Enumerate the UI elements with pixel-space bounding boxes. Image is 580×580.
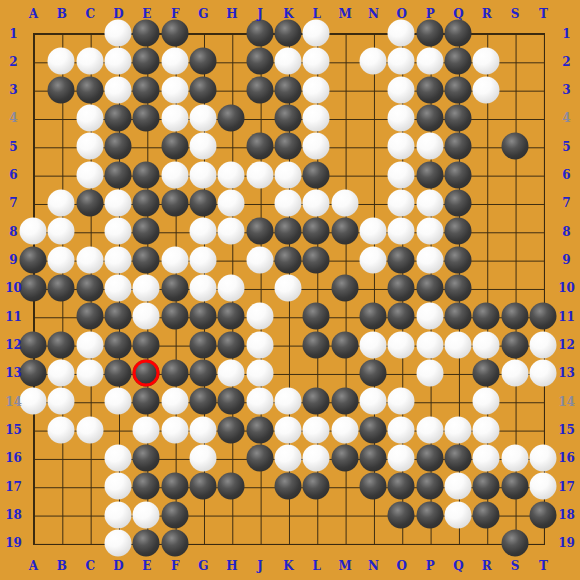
intersection-t10[interactable] <box>529 274 557 302</box>
black-stone-g7 <box>189 189 216 216</box>
point-k17 <box>274 472 302 500</box>
point-c13 <box>76 359 104 387</box>
white-stone-g9 <box>189 246 216 273</box>
point-b7 <box>47 189 75 217</box>
intersection-m1[interactable] <box>331 19 359 47</box>
intersection-j10[interactable] <box>246 274 274 302</box>
white-stone-f15 <box>161 416 188 443</box>
intersection-q13[interactable] <box>444 359 472 387</box>
point-e2 <box>132 47 160 75</box>
col-label-bottom-m: M <box>339 560 352 572</box>
white-stone-c5 <box>76 133 103 160</box>
intersection-k11[interactable] <box>274 302 302 330</box>
point-p16 <box>416 444 444 472</box>
intersection-a16[interactable] <box>19 444 47 472</box>
point-s5 <box>501 132 529 160</box>
intersection-b4[interactable] <box>47 104 75 132</box>
intersection-p19[interactable] <box>416 529 444 557</box>
col-label-bottom-p: P <box>426 560 435 572</box>
intersection-s6[interactable] <box>501 161 529 189</box>
black-stone-n11 <box>359 303 386 330</box>
intersection-a7[interactable] <box>19 189 47 217</box>
intersection-m13[interactable] <box>331 359 359 387</box>
row-label-right-3: 3 <box>562 84 570 96</box>
intersection-b1[interactable] <box>47 19 75 47</box>
intersection-c1[interactable] <box>76 19 104 47</box>
intersection-q19[interactable] <box>444 529 472 557</box>
intersection-s10[interactable] <box>501 274 529 302</box>
white-stone-c6 <box>76 161 103 188</box>
intersection-n7[interactable] <box>359 189 387 217</box>
col-label-top-p: P <box>426 8 435 20</box>
white-stone-h10 <box>218 274 245 301</box>
point-r13 <box>472 359 500 387</box>
intersection-h2[interactable] <box>217 47 245 75</box>
point-d10 <box>104 274 132 302</box>
black-stone-q2 <box>444 48 471 75</box>
intersection-m18[interactable] <box>331 501 359 529</box>
intersection-s7[interactable] <box>501 189 529 217</box>
col-label-top-d: D <box>113 8 123 20</box>
point-d18 <box>104 501 132 529</box>
intersection-t14[interactable] <box>529 387 557 415</box>
row-label-right-16: 16 <box>558 452 575 464</box>
point-r3 <box>472 76 500 104</box>
intersection-s14[interactable] <box>501 387 529 415</box>
intersection-n10[interactable] <box>359 274 387 302</box>
black-stone-d6 <box>104 161 131 188</box>
white-stone-k2 <box>274 48 301 75</box>
black-stone-n15 <box>359 416 386 443</box>
black-stone-c10 <box>76 274 103 301</box>
white-stone-q18 <box>444 501 471 528</box>
point-c7 <box>76 189 104 217</box>
black-stone-o17 <box>388 473 415 500</box>
point-l4 <box>302 104 330 132</box>
intersection-s4[interactable] <box>501 104 529 132</box>
white-stone-t12 <box>529 331 556 358</box>
point-k14 <box>274 387 302 415</box>
black-stone-q1 <box>444 20 471 47</box>
point-d12 <box>104 331 132 359</box>
row-label-right-2: 2 <box>562 56 570 68</box>
point-p2 <box>416 47 444 75</box>
black-stone-l9 <box>303 246 330 273</box>
point-p1 <box>416 19 444 47</box>
intersection-r19[interactable] <box>472 529 500 557</box>
point-f3 <box>161 76 189 104</box>
point-q10 <box>444 274 472 302</box>
point-o15 <box>387 416 415 444</box>
intersection-k12[interactable] <box>274 331 302 359</box>
point-d1 <box>104 19 132 47</box>
intersection-r6[interactable] <box>472 161 500 189</box>
black-stone-e2 <box>133 48 160 75</box>
row-label-left-15: 15 <box>5 424 22 436</box>
white-stone-b13 <box>48 359 75 386</box>
white-stone-d2 <box>104 48 131 75</box>
col-label-bottom-a: A <box>29 560 38 572</box>
intersection-n6[interactable] <box>359 161 387 189</box>
white-stone-f3 <box>161 76 188 103</box>
intersection-r10[interactable] <box>472 274 500 302</box>
intersection-o13[interactable] <box>387 359 415 387</box>
intersection-j4[interactable] <box>246 104 274 132</box>
black-stone-l11 <box>303 303 330 330</box>
row-label-left-6: 6 <box>9 169 17 181</box>
intersection-m17[interactable] <box>331 472 359 500</box>
point-r11 <box>472 302 500 330</box>
intersection-a18[interactable] <box>19 501 47 529</box>
col-label-bottom-o: O <box>397 560 407 572</box>
white-stone-g4 <box>189 104 216 131</box>
white-stone-j11 <box>246 303 273 330</box>
point-j9 <box>246 246 274 274</box>
black-stone-l6 <box>303 161 330 188</box>
white-stone-g16 <box>189 444 216 471</box>
intersection-s1[interactable] <box>501 19 529 47</box>
point-g2 <box>189 47 217 75</box>
intersection-f16[interactable] <box>161 444 189 472</box>
black-stone-a12 <box>20 331 47 358</box>
intersection-s3[interactable] <box>501 76 529 104</box>
white-stone-d14 <box>104 388 131 415</box>
point-j13 <box>246 359 274 387</box>
row-label-left-4: 4 <box>9 112 17 124</box>
point-l12 <box>302 331 330 359</box>
col-label-top-k: K <box>283 8 293 20</box>
intersection-n1[interactable] <box>359 19 387 47</box>
intersection-s8[interactable] <box>501 217 529 245</box>
intersection-h5[interactable] <box>217 132 245 160</box>
intersection-c18[interactable] <box>76 501 104 529</box>
black-stone-r18 <box>473 501 500 528</box>
intersection-n18[interactable] <box>359 501 387 529</box>
point-j2 <box>246 47 274 75</box>
intersection-j19[interactable] <box>246 529 274 557</box>
intersection-a3[interactable] <box>19 76 47 104</box>
point-f4 <box>161 104 189 132</box>
col-label-bottom-k: K <box>283 560 293 572</box>
black-stone-c7 <box>76 189 103 216</box>
white-stone-m7 <box>331 189 358 216</box>
intersection-o19[interactable] <box>387 529 415 557</box>
col-label-top-n: N <box>368 8 379 20</box>
col-label-bottom-d: D <box>113 560 123 572</box>
col-label-bottom-t: T <box>539 560 548 572</box>
intersection-r5[interactable] <box>472 132 500 160</box>
intersection-a1[interactable] <box>19 19 47 47</box>
intersection-t7[interactable] <box>529 189 557 217</box>
intersection-m5[interactable] <box>331 132 359 160</box>
intersection-b19[interactable] <box>47 529 75 557</box>
intersection-t15[interactable] <box>529 416 557 444</box>
intersection-a19[interactable] <box>19 529 47 557</box>
point-b2 <box>47 47 75 75</box>
point-k16 <box>274 444 302 472</box>
intersection-m4[interactable] <box>331 104 359 132</box>
intersection-m19[interactable] <box>331 529 359 557</box>
intersection-k13[interactable] <box>274 359 302 387</box>
white-stone-n8 <box>359 218 386 245</box>
white-stone-h8 <box>218 218 245 245</box>
intersection-l18[interactable] <box>302 501 330 529</box>
intersection-a17[interactable] <box>19 472 47 500</box>
point-k4 <box>274 104 302 132</box>
row-label-right-12: 12 <box>558 339 575 351</box>
white-stone-c15 <box>76 416 103 443</box>
black-stone-p16 <box>416 444 443 471</box>
black-stone-p4 <box>416 104 443 131</box>
intersection-m9[interactable] <box>331 246 359 274</box>
intersection-h19[interactable] <box>217 529 245 557</box>
intersection-b18[interactable] <box>47 501 75 529</box>
intersection-f8[interactable] <box>161 217 189 245</box>
black-stone-o18 <box>388 501 415 528</box>
intersection-c16[interactable] <box>76 444 104 472</box>
black-stone-k9 <box>274 246 301 273</box>
point-c2 <box>76 47 104 75</box>
intersection-t4[interactable] <box>529 104 557 132</box>
intersection-h3[interactable] <box>217 76 245 104</box>
point-t12 <box>529 331 557 359</box>
point-o10 <box>387 274 415 302</box>
intersection-g19[interactable] <box>189 529 217 557</box>
point-k9 <box>274 246 302 274</box>
intersection-j18[interactable] <box>246 501 274 529</box>
black-stone-q10 <box>444 274 471 301</box>
white-stone-c13 <box>76 359 103 386</box>
black-stone-s12 <box>501 331 528 358</box>
point-k8 <box>274 217 302 245</box>
black-stone-k17 <box>274 473 301 500</box>
white-stone-t13 <box>529 359 556 386</box>
intersection-a15[interactable] <box>19 416 47 444</box>
point-e6 <box>132 161 160 189</box>
intersection-b6[interactable] <box>47 161 75 189</box>
point-t13 <box>529 359 557 387</box>
intersection-t5[interactable] <box>529 132 557 160</box>
intersection-h16[interactable] <box>217 444 245 472</box>
intersection-s9[interactable] <box>501 246 529 274</box>
point-f19 <box>161 529 189 557</box>
white-stone-o5 <box>388 133 415 160</box>
col-label-top-h: H <box>226 8 237 20</box>
point-d8 <box>104 217 132 245</box>
intersection-m6[interactable] <box>331 161 359 189</box>
white-stone-h13 <box>218 359 245 386</box>
col-label-bottom-b: B <box>57 560 67 572</box>
intersection-e5[interactable] <box>132 132 160 160</box>
white-stone-n2 <box>359 48 386 75</box>
black-stone-h12 <box>218 331 245 358</box>
point-t16 <box>529 444 557 472</box>
point-h7 <box>217 189 245 217</box>
row-label-right-14: 14 <box>558 396 575 408</box>
point-r15 <box>472 416 500 444</box>
black-stone-b10 <box>48 274 75 301</box>
white-stone-g6 <box>189 161 216 188</box>
white-stone-j13 <box>246 359 273 386</box>
point-o16 <box>387 444 415 472</box>
point-k1 <box>274 19 302 47</box>
intersection-g1[interactable] <box>189 19 217 47</box>
point-k15 <box>274 416 302 444</box>
intersection-h9[interactable] <box>217 246 245 274</box>
white-stone-n14 <box>359 388 386 415</box>
intersection-g18[interactable] <box>189 501 217 529</box>
point-c11 <box>76 302 104 330</box>
intersection-c17[interactable] <box>76 472 104 500</box>
white-stone-p12 <box>416 331 443 358</box>
intersection-t9[interactable] <box>529 246 557 274</box>
intersection-t3[interactable] <box>529 76 557 104</box>
point-q17 <box>444 472 472 500</box>
row-label-right-11: 11 <box>558 311 575 323</box>
intersection-c19[interactable] <box>76 529 104 557</box>
white-stone-h6 <box>218 161 245 188</box>
intersection-n19[interactable] <box>359 529 387 557</box>
intersection-j17[interactable] <box>246 472 274 500</box>
point-j16 <box>246 444 274 472</box>
intersection-c8[interactable] <box>76 217 104 245</box>
intersection-f12[interactable] <box>161 331 189 359</box>
point-e9 <box>132 246 160 274</box>
point-p3 <box>416 76 444 104</box>
white-stone-b2 <box>48 48 75 75</box>
intersection-a4[interactable] <box>19 104 47 132</box>
point-q7 <box>444 189 472 217</box>
point-e1 <box>132 19 160 47</box>
black-stone-j3 <box>246 76 273 103</box>
intersection-l13[interactable] <box>302 359 330 387</box>
point-k6 <box>274 161 302 189</box>
black-stone-f17 <box>161 473 188 500</box>
white-stone-k10 <box>274 274 301 301</box>
point-r18 <box>472 501 500 529</box>
point-p6 <box>416 161 444 189</box>
intersection-r8[interactable] <box>472 217 500 245</box>
point-t11 <box>529 302 557 330</box>
point-j15 <box>246 416 274 444</box>
point-e10 <box>132 274 160 302</box>
black-stone-g2 <box>189 48 216 75</box>
point-g4 <box>189 104 217 132</box>
intersection-l10[interactable] <box>302 274 330 302</box>
intersection-t8[interactable] <box>529 217 557 245</box>
point-q18 <box>444 501 472 529</box>
point-o8 <box>387 217 415 245</box>
intersection-a2[interactable] <box>19 47 47 75</box>
white-stone-c9 <box>76 246 103 273</box>
intersection-r4[interactable] <box>472 104 500 132</box>
point-s11 <box>501 302 529 330</box>
point-d16 <box>104 444 132 472</box>
intersection-q14[interactable] <box>444 387 472 415</box>
intersection-p14[interactable] <box>416 387 444 415</box>
intersection-a11[interactable] <box>19 302 47 330</box>
intersection-r7[interactable] <box>472 189 500 217</box>
intersection-t1[interactable] <box>529 19 557 47</box>
intersection-h18[interactable] <box>217 501 245 529</box>
black-stone-f7 <box>161 189 188 216</box>
intersection-k19[interactable] <box>274 529 302 557</box>
white-stone-d1 <box>104 20 131 47</box>
black-stone-f19 <box>161 529 188 556</box>
white-stone-j6 <box>246 161 273 188</box>
white-stone-d18 <box>104 501 131 528</box>
point-c12 <box>76 331 104 359</box>
point-g6 <box>189 161 217 189</box>
intersection-s18[interactable] <box>501 501 529 529</box>
intersection-b16[interactable] <box>47 444 75 472</box>
intersection-l19[interactable] <box>302 529 330 557</box>
intersection-d15[interactable] <box>104 416 132 444</box>
white-stone-g15 <box>189 416 216 443</box>
point-o3 <box>387 76 415 104</box>
row-label-left-17: 17 <box>5 481 22 493</box>
point-p5 <box>416 132 444 160</box>
intersection-n3[interactable] <box>359 76 387 104</box>
black-stone-j5 <box>246 133 273 160</box>
point-p11 <box>416 302 444 330</box>
point-l1 <box>302 19 330 47</box>
intersection-n4[interactable] <box>359 104 387 132</box>
black-stone-a9 <box>20 246 47 273</box>
intersection-m2[interactable] <box>331 47 359 75</box>
intersection-s2[interactable] <box>501 47 529 75</box>
intersection-a6[interactable] <box>19 161 47 189</box>
black-stone-c11 <box>76 303 103 330</box>
white-stone-c4 <box>76 104 103 131</box>
black-stone-f5 <box>161 133 188 160</box>
point-l8 <box>302 217 330 245</box>
point-n2 <box>359 47 387 75</box>
intersection-h1[interactable] <box>217 19 245 47</box>
point-g13 <box>189 359 217 387</box>
intersection-b5[interactable] <box>47 132 75 160</box>
intersection-m11[interactable] <box>331 302 359 330</box>
intersection-m3[interactable] <box>331 76 359 104</box>
point-n12 <box>359 331 387 359</box>
intersection-b11[interactable] <box>47 302 75 330</box>
point-r16 <box>472 444 500 472</box>
black-stone-f18 <box>161 501 188 528</box>
white-stone-b14 <box>48 388 75 415</box>
intersection-t19[interactable] <box>529 529 557 557</box>
intersection-r9[interactable] <box>472 246 500 274</box>
point-p10 <box>416 274 444 302</box>
intersection-b17[interactable] <box>47 472 75 500</box>
point-m14 <box>331 387 359 415</box>
intersection-a5[interactable] <box>19 132 47 160</box>
point-r17 <box>472 472 500 500</box>
black-stone-f1 <box>161 20 188 47</box>
intersection-r1[interactable] <box>472 19 500 47</box>
intersection-t2[interactable] <box>529 47 557 75</box>
point-f6 <box>161 161 189 189</box>
point-s12 <box>501 331 529 359</box>
intersection-j7[interactable] <box>246 189 274 217</box>
intersection-k18[interactable] <box>274 501 302 529</box>
point-k5 <box>274 132 302 160</box>
intersection-t6[interactable] <box>529 161 557 189</box>
intersection-c14[interactable] <box>76 387 104 415</box>
row-label-left-9: 9 <box>9 254 17 266</box>
col-label-top-g: G <box>198 8 208 20</box>
intersection-n5[interactable] <box>359 132 387 160</box>
intersection-s15[interactable] <box>501 416 529 444</box>
